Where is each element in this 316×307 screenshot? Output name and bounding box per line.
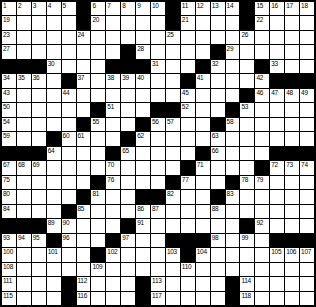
grid-cell[interactable]	[151, 161, 165, 174]
grid-cell[interactable]	[151, 147, 165, 160]
grid-cell[interactable]: 47	[270, 89, 284, 102]
grid-cell[interactable]	[181, 190, 195, 203]
grid-cell[interactable]	[226, 60, 240, 73]
grid-cell[interactable]	[226, 248, 240, 261]
grid-cell[interactable]: 44	[62, 89, 76, 102]
grid-cell[interactable]	[32, 190, 46, 203]
grid-cell[interactable]	[255, 277, 269, 290]
grid-cell[interactable]	[300, 292, 314, 305]
grid-cell[interactable]	[77, 176, 91, 189]
grid-cell[interactable]	[17, 176, 31, 189]
grid-cell[interactable]	[240, 60, 254, 73]
grid-cell[interactable]: 19	[2, 16, 16, 29]
grid-cell[interactable]	[196, 31, 210, 44]
grid-cell[interactable]: 114	[240, 277, 254, 290]
grid-cell[interactable]	[151, 234, 165, 247]
grid-cell[interactable]	[17, 31, 31, 44]
grid-cell[interactable]	[270, 31, 284, 44]
grid-cell[interactable]	[91, 219, 105, 232]
grid-cell[interactable]	[285, 60, 299, 73]
grid-cell[interactable]	[17, 16, 31, 29]
grid-cell[interactable]	[62, 118, 76, 131]
grid-cell[interactable]	[106, 292, 120, 305]
grid-cell[interactable]: 58	[226, 118, 240, 131]
grid-cell[interactable]	[17, 292, 31, 305]
grid-cell[interactable]	[196, 277, 210, 290]
grid-cell[interactable]	[255, 103, 269, 116]
grid-cell[interactable]: 52	[181, 103, 195, 116]
grid-cell[interactable]	[17, 132, 31, 145]
grid-cell[interactable]: 37	[77, 74, 91, 87]
grid-cell[interactable]	[240, 147, 254, 160]
grid-cell[interactable]	[136, 103, 150, 116]
grid-cell[interactable]	[181, 277, 195, 290]
grid-cell[interactable]: 57	[166, 118, 180, 131]
grid-cell[interactable]	[211, 31, 225, 44]
grid-cell[interactable]	[17, 89, 31, 102]
grid-cell[interactable]: 26	[240, 31, 254, 44]
grid-cell[interactable]: 106	[285, 248, 299, 261]
grid-cell[interactable]	[300, 219, 314, 232]
grid-cell[interactable]: 1	[2, 2, 16, 15]
grid-cell[interactable]	[47, 277, 61, 290]
grid-cell[interactable]	[300, 176, 314, 189]
grid-cell[interactable]	[77, 60, 91, 73]
grid-cell[interactable]	[285, 277, 299, 290]
grid-cell[interactable]	[91, 205, 105, 218]
grid-cell[interactable]	[32, 292, 46, 305]
grid-cell[interactable]	[47, 118, 61, 131]
grid-cell[interactable]	[91, 147, 105, 160]
grid-cell[interactable]	[270, 292, 284, 305]
grid-cell[interactable]: 70	[106, 161, 120, 174]
grid-cell[interactable]	[47, 103, 61, 116]
grid-cell[interactable]	[121, 161, 135, 174]
grid-cell[interactable]	[121, 205, 135, 218]
grid-cell[interactable]	[91, 31, 105, 44]
grid-cell[interactable]: 75	[2, 176, 16, 189]
grid-cell[interactable]	[32, 205, 46, 218]
grid-cell[interactable]: 50	[2, 103, 16, 116]
grid-cell[interactable]: 69	[32, 161, 46, 174]
grid-cell[interactable]	[106, 277, 120, 290]
grid-cell[interactable]	[226, 16, 240, 29]
grid-cell[interactable]: 117	[151, 292, 165, 305]
grid-cell[interactable]: 92	[255, 219, 269, 232]
grid-cell[interactable]	[32, 263, 46, 276]
grid-cell[interactable]: 103	[166, 248, 180, 261]
grid-cell[interactable]: 99	[240, 234, 254, 247]
grid-cell[interactable]	[255, 234, 269, 247]
grid-cell[interactable]	[77, 89, 91, 102]
grid-cell[interactable]	[270, 263, 284, 276]
grid-cell[interactable]	[196, 16, 210, 29]
grid-cell[interactable]: 20	[91, 16, 105, 29]
grid-cell[interactable]	[300, 263, 314, 276]
grid-cell[interactable]: 35	[17, 74, 31, 87]
grid-cell[interactable]	[166, 161, 180, 174]
grid-cell[interactable]	[285, 205, 299, 218]
grid-cell[interactable]	[121, 292, 135, 305]
grid-cell[interactable]	[32, 176, 46, 189]
grid-cell[interactable]	[136, 263, 150, 276]
grid-cell[interactable]: 115	[2, 292, 16, 305]
grid-cell[interactable]	[32, 89, 46, 102]
grid-cell[interactable]	[151, 176, 165, 189]
grid-cell[interactable]	[32, 103, 46, 116]
grid-cell[interactable]: 90	[62, 219, 76, 232]
grid-cell[interactable]	[166, 263, 180, 276]
grid-cell[interactable]	[32, 132, 46, 145]
grid-cell[interactable]: 22	[255, 16, 269, 29]
grid-cell[interactable]	[17, 45, 31, 58]
grid-cell[interactable]	[136, 147, 150, 160]
grid-cell[interactable]	[136, 89, 150, 102]
grid-cell[interactable]	[166, 89, 180, 102]
grid-cell[interactable]	[77, 234, 91, 247]
grid-cell[interactable]	[270, 205, 284, 218]
grid-cell[interactable]	[47, 161, 61, 174]
grid-cell[interactable]	[151, 263, 165, 276]
grid-cell[interactable]	[91, 277, 105, 290]
grid-cell[interactable]	[77, 147, 91, 160]
grid-cell[interactable]	[166, 132, 180, 145]
grid-cell[interactable]	[106, 45, 120, 58]
grid-cell[interactable]: 74	[300, 161, 314, 174]
grid-cell[interactable]	[136, 16, 150, 29]
grid-cell[interactable]	[240, 74, 254, 87]
grid-cell[interactable]	[136, 176, 150, 189]
grid-cell[interactable]: 39	[121, 74, 135, 87]
grid-cell[interactable]	[285, 103, 299, 116]
grid-cell[interactable]	[211, 74, 225, 87]
grid-cell[interactable]: 7	[106, 2, 120, 15]
grid-cell[interactable]	[181, 205, 195, 218]
grid-cell[interactable]	[285, 190, 299, 203]
grid-cell[interactable]: 27	[2, 45, 16, 58]
grid-cell[interactable]	[91, 234, 105, 247]
grid-cell[interactable]: 6	[91, 2, 105, 15]
grid-cell[interactable]: 81	[91, 190, 105, 203]
grid-cell[interactable]	[32, 277, 46, 290]
grid-cell[interactable]: 48	[285, 89, 299, 102]
grid-cell[interactable]	[240, 161, 254, 174]
grid-cell[interactable]: 84	[2, 205, 16, 218]
grid-cell[interactable]: 46	[255, 89, 269, 102]
grid-cell[interactable]: 2	[17, 2, 31, 15]
grid-cell[interactable]: 86	[136, 205, 150, 218]
grid-cell[interactable]	[196, 176, 210, 189]
grid-cell[interactable]	[121, 89, 135, 102]
grid-cell[interactable]: 73	[285, 161, 299, 174]
grid-cell[interactable]	[181, 31, 195, 44]
grid-cell[interactable]	[106, 132, 120, 145]
grid-cell[interactable]	[121, 16, 135, 29]
grid-cell[interactable]	[62, 31, 76, 44]
grid-cell[interactable]	[166, 219, 180, 232]
grid-cell[interactable]: 88	[211, 205, 225, 218]
grid-cell[interactable]: 71	[196, 161, 210, 174]
grid-cell[interactable]: 34	[2, 74, 16, 87]
grid-cell[interactable]	[47, 74, 61, 87]
grid-cell[interactable]: 3	[32, 2, 46, 15]
grid-cell[interactable]	[62, 60, 76, 73]
grid-cell[interactable]	[285, 219, 299, 232]
grid-cell[interactable]	[211, 176, 225, 189]
grid-cell[interactable]	[226, 31, 240, 44]
grid-cell[interactable]	[181, 60, 195, 73]
grid-cell[interactable]: 66	[211, 147, 225, 160]
grid-cell[interactable]: 82	[166, 190, 180, 203]
grid-cell[interactable]	[226, 74, 240, 87]
grid-cell[interactable]: 89	[47, 219, 61, 232]
grid-cell[interactable]	[91, 45, 105, 58]
grid-cell[interactable]	[77, 103, 91, 116]
grid-cell[interactable]	[196, 292, 210, 305]
grid-cell[interactable]	[151, 31, 165, 44]
grid-cell[interactable]: 65	[121, 147, 135, 160]
grid-cell[interactable]	[151, 248, 165, 261]
grid-cell[interactable]	[270, 45, 284, 58]
grid-cell[interactable]	[300, 45, 314, 58]
grid-cell[interactable]	[136, 234, 150, 247]
grid-cell[interactable]: 8	[121, 2, 135, 15]
grid-cell[interactable]: 87	[151, 205, 165, 218]
grid-cell[interactable]	[62, 45, 76, 58]
grid-cell[interactable]: 18	[300, 2, 314, 15]
grid-cell[interactable]	[47, 190, 61, 203]
grid-cell[interactable]	[240, 132, 254, 145]
grid-cell[interactable]	[255, 31, 269, 44]
grid-cell[interactable]	[47, 205, 61, 218]
grid-cell[interactable]: 60	[62, 132, 76, 145]
grid-cell[interactable]: 80	[2, 190, 16, 203]
grid-cell[interactable]: 67	[2, 161, 16, 174]
grid-cell[interactable]	[62, 147, 76, 160]
grid-cell[interactable]	[181, 118, 195, 131]
grid-cell[interactable]: 51	[106, 103, 120, 116]
grid-cell[interactable]: 56	[151, 118, 165, 131]
grid-cell[interactable]	[211, 292, 225, 305]
grid-cell[interactable]	[17, 118, 31, 131]
grid-cell[interactable]	[270, 132, 284, 145]
grid-cell[interactable]	[196, 190, 210, 203]
grid-cell[interactable]	[226, 132, 240, 145]
grid-cell[interactable]: 28	[136, 45, 150, 58]
grid-cell[interactable]: 4	[47, 2, 61, 15]
grid-cell[interactable]	[32, 118, 46, 131]
grid-cell[interactable]	[285, 176, 299, 189]
grid-cell[interactable]: 98	[211, 234, 225, 247]
grid-cell[interactable]	[151, 89, 165, 102]
grid-cell[interactable]: 108	[2, 263, 16, 276]
grid-cell[interactable]	[196, 89, 210, 102]
grid-cell[interactable]: 64	[47, 147, 61, 160]
grid-cell[interactable]	[77, 248, 91, 261]
grid-cell[interactable]: 49	[300, 89, 314, 102]
grid-cell[interactable]: 116	[77, 292, 91, 305]
grid-cell[interactable]	[106, 16, 120, 29]
grid-cell[interactable]	[136, 31, 150, 44]
grid-cell[interactable]	[255, 248, 269, 261]
grid-cell[interactable]	[136, 161, 150, 174]
grid-cell[interactable]	[77, 45, 91, 58]
grid-cell[interactable]: 33	[270, 60, 284, 73]
grid-cell[interactable]	[17, 103, 31, 116]
grid-cell[interactable]: 83	[226, 190, 240, 203]
grid-cell[interactable]	[211, 16, 225, 29]
grid-cell[interactable]	[62, 161, 76, 174]
grid-cell[interactable]: 109	[91, 263, 105, 276]
grid-cell[interactable]	[196, 205, 210, 218]
grid-cell[interactable]	[32, 45, 46, 58]
grid-cell[interactable]	[47, 263, 61, 276]
grid-cell[interactable]	[121, 176, 135, 189]
grid-cell[interactable]	[17, 263, 31, 276]
grid-cell[interactable]	[240, 118, 254, 131]
grid-cell[interactable]: 43	[2, 89, 16, 102]
grid-cell[interactable]	[181, 132, 195, 145]
grid-cell[interactable]: 36	[32, 74, 46, 87]
grid-cell[interactable]: 63	[211, 132, 225, 145]
grid-cell[interactable]: 77	[181, 176, 195, 189]
grid-cell[interactable]	[240, 205, 254, 218]
grid-cell[interactable]: 24	[77, 31, 91, 44]
grid-cell[interactable]	[166, 74, 180, 87]
grid-cell[interactable]	[270, 103, 284, 116]
grid-cell[interactable]: 15	[255, 2, 269, 15]
grid-cell[interactable]: 118	[240, 292, 254, 305]
grid-cell[interactable]	[106, 118, 120, 131]
grid-cell[interactable]	[166, 45, 180, 58]
grid-cell[interactable]: 31	[151, 60, 165, 73]
grid-cell[interactable]	[196, 132, 210, 145]
grid-cell[interactable]	[17, 248, 31, 261]
grid-cell[interactable]	[240, 190, 254, 203]
grid-cell[interactable]	[121, 263, 135, 276]
grid-cell[interactable]	[270, 219, 284, 232]
grid-cell[interactable]	[285, 263, 299, 276]
grid-cell[interactable]	[300, 190, 314, 203]
grid-cell[interactable]: 12	[196, 2, 210, 15]
grid-cell[interactable]: 105	[270, 248, 284, 261]
grid-cell[interactable]	[255, 45, 269, 58]
grid-cell[interactable]: 85	[77, 205, 91, 218]
grid-cell[interactable]	[121, 277, 135, 290]
grid-cell[interactable]	[121, 31, 135, 44]
grid-cell[interactable]: 21	[181, 16, 195, 29]
grid-cell[interactable]: 17	[285, 2, 299, 15]
grid-cell[interactable]: 40	[136, 74, 150, 87]
grid-cell[interactable]	[300, 118, 314, 131]
grid-cell[interactable]	[211, 263, 225, 276]
grid-cell[interactable]	[196, 118, 210, 131]
grid-cell[interactable]	[47, 31, 61, 44]
grid-cell[interactable]: 96	[62, 234, 76, 247]
grid-cell[interactable]	[47, 176, 61, 189]
grid-cell[interactable]	[211, 277, 225, 290]
grid-cell[interactable]: 95	[32, 234, 46, 247]
grid-cell[interactable]	[255, 147, 269, 160]
grid-cell[interactable]	[166, 292, 180, 305]
grid-cell[interactable]	[151, 45, 165, 58]
grid-cell[interactable]	[285, 45, 299, 58]
grid-cell[interactable]	[91, 89, 105, 102]
grid-cell[interactable]	[270, 118, 284, 131]
grid-cell[interactable]	[181, 292, 195, 305]
grid-cell[interactable]: 53	[240, 103, 254, 116]
grid-cell[interactable]: 104	[196, 248, 210, 261]
grid-cell[interactable]	[91, 60, 105, 73]
grid-cell[interactable]	[270, 16, 284, 29]
grid-cell[interactable]	[211, 89, 225, 102]
grid-cell[interactable]: 45	[181, 89, 195, 102]
grid-cell[interactable]: 14	[226, 2, 240, 15]
grid-cell[interactable]	[226, 219, 240, 232]
grid-cell[interactable]	[77, 161, 91, 174]
grid-cell[interactable]: 102	[106, 248, 120, 261]
grid-cell[interactable]	[226, 147, 240, 160]
grid-cell[interactable]	[226, 205, 240, 218]
grid-cell[interactable]	[62, 263, 76, 276]
grid-cell[interactable]	[181, 45, 195, 58]
grid-cell[interactable]	[211, 248, 225, 261]
grid-cell[interactable]	[196, 219, 210, 232]
grid-cell[interactable]	[255, 205, 269, 218]
grid-cell[interactable]: 41	[196, 74, 210, 87]
grid-cell[interactable]	[77, 219, 91, 232]
grid-cell[interactable]: 76	[106, 176, 120, 189]
grid-cell[interactable]: 61	[77, 132, 91, 145]
grid-cell[interactable]: 11	[181, 2, 195, 15]
grid-cell[interactable]: 9	[136, 2, 150, 15]
grid-cell[interactable]	[270, 190, 284, 203]
grid-cell[interactable]: 110	[181, 263, 195, 276]
grid-cell[interactable]: 113	[151, 277, 165, 290]
grid-cell[interactable]: 79	[255, 176, 269, 189]
grid-cell[interactable]: 42	[255, 74, 269, 87]
grid-cell[interactable]	[240, 45, 254, 58]
grid-cell[interactable]: 97	[121, 234, 135, 247]
grid-cell[interactable]	[270, 176, 284, 189]
grid-cell[interactable]	[106, 205, 120, 218]
grid-cell[interactable]: 13	[211, 2, 225, 15]
grid-cell[interactable]	[32, 16, 46, 29]
grid-cell[interactable]	[32, 248, 46, 261]
grid-cell[interactable]: 107	[300, 248, 314, 261]
grid-cell[interactable]	[106, 219, 120, 232]
grid-cell[interactable]: 94	[17, 234, 31, 247]
grid-cell[interactable]	[270, 277, 284, 290]
grid-cell[interactable]	[47, 16, 61, 29]
grid-cell[interactable]	[255, 190, 269, 203]
grid-cell[interactable]	[32, 31, 46, 44]
grid-cell[interactable]	[121, 103, 135, 116]
grid-cell[interactable]: 16	[270, 2, 284, 15]
grid-cell[interactable]	[226, 234, 240, 247]
grid-cell[interactable]	[136, 248, 150, 261]
grid-cell[interactable]	[91, 74, 105, 87]
grid-cell[interactable]	[285, 118, 299, 131]
grid-cell[interactable]	[121, 190, 135, 203]
grid-cell[interactable]	[17, 205, 31, 218]
grid-cell[interactable]: 68	[17, 161, 31, 174]
grid-cell[interactable]	[285, 31, 299, 44]
grid-cell[interactable]	[285, 16, 299, 29]
grid-cell[interactable]: 78	[240, 176, 254, 189]
grid-cell[interactable]	[91, 292, 105, 305]
grid-cell[interactable]	[285, 132, 299, 145]
